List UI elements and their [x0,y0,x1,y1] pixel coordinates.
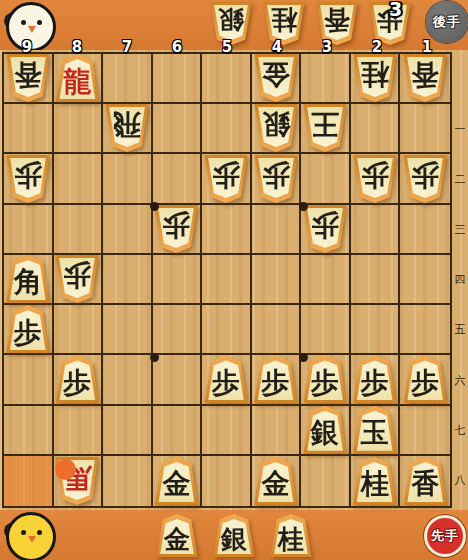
koma-glyph: 金 [253,54,299,102]
square-6-1[interactable] [153,54,203,104]
koma-sente-角[interactable]: 角 [5,255,51,303]
square-2-2[interactable] [351,104,401,154]
square-4-3[interactable]: 歩 [252,154,302,204]
sente-hand-slot: 桂 [269,514,313,557]
koma-glyph: 龍 [54,54,100,102]
koma-glyph: 香 [402,457,448,505]
koma-glyph: 香 [5,54,51,102]
koma-sente-金[interactable]: 金 [253,457,299,505]
sente-hand-tray: 金銀桂 先手 [0,510,468,560]
koma-glyph: 桂 [262,2,306,45]
rank-label-5: 五 [452,305,468,355]
square-1-6[interactable] [400,305,450,355]
square-8-1[interactable]: 龍 [54,54,104,104]
square-7-7[interactable] [103,355,153,405]
koma-gote-歩[interactable]: 歩 [253,155,299,203]
square-8-3[interactable] [54,154,104,204]
square-2-7[interactable]: 歩 [351,355,401,405]
square-7-5[interactable] [103,255,153,305]
square-5-4[interactable] [202,205,252,255]
rank-coordinate-labels: 一二三四五六七八九 [452,104,468,556]
koma-sente-歩[interactable]: 歩 [54,355,100,403]
square-9-5[interactable]: 角 [4,255,54,305]
square-9-9[interactable] [4,456,54,506]
square-7-8[interactable] [103,406,153,456]
koma-glyph: 桂 [352,54,398,102]
board-area: 香龍金桂香飛銀王歩歩歩歩歩歩歩角歩歩歩歩歩歩歩歩銀玉馬金金桂香 一二三四五六七八… [0,50,468,510]
file-label-4: 4 [252,40,302,55]
sente-avatar-chick-icon [6,512,56,560]
koma-glyph: 歩 [402,155,448,203]
koma-sente-銀[interactable]: 銀 [302,406,348,454]
file-label-9: 9 [2,40,52,55]
koma-glyph: 歩 [253,155,299,203]
square-1-1[interactable]: 香 [400,54,450,104]
koma-gote-歩[interactable]: 歩 [352,155,398,203]
koma-sente-歩[interactable]: 歩 [402,355,448,403]
avatar-beak [28,26,36,33]
file-label-2: 2 [352,40,402,55]
file-label-7: 7 [102,40,152,55]
sente-hand-slot: 金 [155,514,199,557]
square-3-1[interactable] [301,54,351,104]
square-7-6[interactable] [103,305,153,355]
square-2-6[interactable] [351,305,401,355]
square-1-2[interactable] [400,104,450,154]
koma-glyph: 歩 [352,155,398,203]
koma-gote-銀[interactable]: 銀 [253,104,299,152]
square-6-7[interactable] [153,355,203,405]
square-7-3[interactable] [103,154,153,204]
koma-sente-歩[interactable]: 歩 [5,305,51,353]
koma-glyph: 歩 [5,305,51,353]
koma-glyph: 銀 [302,406,348,454]
koma-sente-歩[interactable]: 歩 [253,355,299,403]
square-6-5[interactable] [153,255,203,305]
koma-glyph: 歩 [54,355,100,403]
square-8-2[interactable] [54,104,104,154]
koma-gote-王[interactable]: 王 [302,104,348,152]
avatar-eye [21,530,26,535]
koma-sente-玉[interactable]: 玉 [352,406,398,454]
koma-glyph: 銀 [212,514,256,557]
koma-sente-歩[interactable]: 歩 [352,355,398,403]
gote-pawn-count-badge: 3 [389,0,402,20]
hoshi-dot [150,353,159,362]
square-5-9[interactable] [202,456,252,506]
square-2-1[interactable]: 桂 [351,54,401,104]
square-1-4[interactable] [400,205,450,255]
koma-glyph: 歩 [54,255,100,303]
square-9-2[interactable] [4,104,54,154]
koma-glyph: 金 [155,514,199,557]
square-1-3[interactable]: 歩 [400,154,450,204]
square-4-1[interactable]: 金 [252,54,302,104]
koma-glyph: 歩 [352,355,398,403]
square-2-4[interactable] [351,205,401,255]
square-3-7[interactable]: 歩 [301,355,351,405]
square-2-3[interactable]: 歩 [351,154,401,204]
koma-gote-香[interactable]: 香 [5,54,51,102]
koma-gote-桂[interactable]: 桂 [352,54,398,102]
rank-label-8: 八 [452,456,468,506]
square-6-4[interactable]: 歩 [153,205,203,255]
square-7-1[interactable] [103,54,153,104]
square-3-6[interactable] [301,305,351,355]
square-9-4[interactable] [4,205,54,255]
square-5-7[interactable]: 歩 [202,355,252,405]
shogi-app: 銀桂香歩 3 後手 987654321 香龍金桂香飛銀王歩歩歩歩歩歩歩角歩歩歩歩… [0,0,468,560]
sente-hand-slot: 銀 [212,514,256,557]
koma-sente-金[interactable]: 金 [153,457,199,505]
square-4-6[interactable] [252,305,302,355]
last-move-marker [55,459,76,480]
square-5-8[interactable] [202,406,252,456]
square-4-7[interactable]: 歩 [252,355,302,405]
koma-gote-香[interactable]: 香 [402,54,448,102]
koma-gote-歩[interactable]: 歩 [5,155,51,203]
square-6-3[interactable] [153,154,203,204]
square-8-7[interactable]: 歩 [54,355,104,405]
square-3-2[interactable]: 王 [301,104,351,154]
square-1-9[interactable]: 香 [400,456,450,506]
koma-glyph: 角 [5,255,51,303]
square-5-6[interactable] [202,305,252,355]
koma-sente-香[interactable]: 香 [402,457,448,505]
square-2-5[interactable] [351,255,401,305]
avatar-eye [37,530,42,535]
square-2-8[interactable]: 玉 [351,406,401,456]
avatar-eye [21,20,26,25]
file-label-5: 5 [202,40,252,55]
square-6-9[interactable]: 金 [153,456,203,506]
koma-glyph: 金 [253,457,299,505]
shogi-board: 香龍金桂香飛銀王歩歩歩歩歩歩歩角歩歩歩歩歩歩歩歩銀玉馬金金桂香 [2,52,452,508]
koma-gote-歩[interactable]: 歩 [203,155,249,203]
koma-glyph: 桂 [269,514,313,557]
square-6-6[interactable] [153,305,203,355]
koma-glyph: 歩 [153,205,199,253]
rank-label-2: 二 [452,154,468,204]
file-label-8: 8 [52,40,102,55]
rank-label-7: 七 [452,405,468,455]
square-4-4[interactable] [252,205,302,255]
square-3-3[interactable] [301,154,351,204]
koma-gote-飛[interactable]: 飛 [104,104,150,152]
rank-label-4: 四 [452,255,468,305]
square-8-5[interactable]: 歩 [54,255,104,305]
avatar-eye [37,20,42,25]
square-5-1[interactable] [202,54,252,104]
koma-gote-桂[interactable]: 桂 [262,2,306,45]
file-coordinate-labels: 987654321 [2,40,452,55]
square-9-6[interactable]: 歩 [4,305,54,355]
square-5-2[interactable] [202,104,252,154]
koma-glyph: 桂 [352,457,398,505]
koma-glyph: 香 [402,54,448,102]
rank-label-1: 一 [452,104,468,154]
file-label-3: 3 [302,40,352,55]
square-7-4[interactable] [103,205,153,255]
koma-sente-金[interactable]: 金 [155,514,199,557]
square-4-2[interactable]: 銀 [252,104,302,154]
file-label-1: 1 [402,40,452,55]
koma-glyph: 歩 [302,205,348,253]
koma-sente-桂[interactable]: 桂 [352,457,398,505]
square-3-8[interactable]: 銀 [301,406,351,456]
koma-glyph: 王 [302,104,348,152]
square-7-9[interactable] [103,456,153,506]
gote-player-badge: 後手 [426,1,468,43]
square-5-5[interactable] [202,255,252,305]
square-4-5[interactable] [252,255,302,305]
hoshi-dot [299,202,308,211]
koma-glyph: 歩 [5,155,51,203]
square-9-3[interactable]: 歩 [4,154,54,204]
gote-hand-slot: 桂 [262,2,306,45]
koma-sente-歩[interactable]: 歩 [203,355,249,403]
koma-gote-歩[interactable]: 歩 [153,205,199,253]
hoshi-dot [150,202,159,211]
square-1-5[interactable] [400,255,450,305]
koma-sente-龍[interactable]: 龍 [54,54,100,102]
square-7-2[interactable]: 飛 [103,104,153,154]
sente-player-badge: 先手 [424,515,466,557]
square-1-8[interactable] [400,406,450,456]
koma-glyph: 玉 [352,406,398,454]
square-8-4[interactable] [54,205,104,255]
square-4-8[interactable] [252,406,302,456]
koma-glyph: 金 [153,457,199,505]
koma-sente-銀[interactable]: 銀 [212,514,256,557]
koma-glyph: 銀 [253,104,299,152]
koma-glyph: 歩 [203,155,249,203]
square-9-8[interactable] [4,406,54,456]
square-1-7[interactable]: 歩 [400,355,450,405]
square-9-1[interactable]: 香 [4,54,54,104]
koma-glyph: 歩 [402,355,448,403]
koma-gote-歩[interactable]: 歩 [402,155,448,203]
square-4-9[interactable]: 金 [252,456,302,506]
square-3-5[interactable] [301,255,351,305]
square-8-9[interactable]: 馬 [54,456,104,506]
square-3-4[interactable]: 歩 [301,205,351,255]
koma-glyph: 飛 [104,104,150,152]
square-5-3[interactable]: 歩 [202,154,252,204]
square-3-9[interactable] [301,456,351,506]
square-8-8[interactable] [54,406,104,456]
rank-label-6: 六 [452,355,468,405]
square-9-7[interactable] [4,355,54,405]
hoshi-dot [299,353,308,362]
koma-glyph: 歩 [253,355,299,403]
square-2-9[interactable]: 桂 [351,456,401,506]
koma-sente-桂[interactable]: 桂 [269,514,313,557]
avatar-beak [28,536,36,543]
square-6-2[interactable] [153,104,203,154]
square-6-8[interactable] [153,406,203,456]
koma-gote-歩[interactable]: 歩 [302,205,348,253]
koma-sente-歩[interactable]: 歩 [302,355,348,403]
rank-label-3: 三 [452,204,468,254]
file-label-6: 6 [152,40,202,55]
koma-glyph: 歩 [302,355,348,403]
koma-gote-金[interactable]: 金 [253,54,299,102]
koma-gote-歩[interactable]: 歩 [54,255,100,303]
square-8-6[interactable] [54,305,104,355]
koma-glyph: 歩 [203,355,249,403]
